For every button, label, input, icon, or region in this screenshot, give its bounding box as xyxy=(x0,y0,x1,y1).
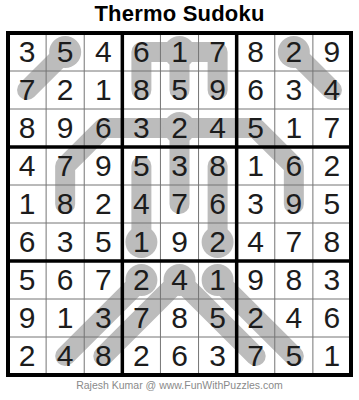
cell-r5c5: 7 xyxy=(160,185,198,223)
cell-r5c2: 8 xyxy=(46,185,84,223)
cell-r5c4: 4 xyxy=(122,185,160,223)
cell-r8c7: 2 xyxy=(237,299,275,337)
cell-r2c8: 3 xyxy=(275,71,313,109)
cell-r2c7: 6 xyxy=(237,71,275,109)
cell-r1c6: 7 xyxy=(199,33,237,71)
cell-r2c5: 5 xyxy=(160,71,198,109)
cell-r1c8: 2 xyxy=(275,33,313,71)
cell-r2c1: 7 xyxy=(8,71,46,109)
cell-r7c7: 9 xyxy=(237,261,275,299)
cell-r1c9: 9 xyxy=(313,33,351,71)
cell-r8c2: 1 xyxy=(46,299,84,337)
cell-r4c8: 6 xyxy=(275,147,313,185)
cell-r7c9: 3 xyxy=(313,261,351,299)
cell-r7c8: 8 xyxy=(275,261,313,299)
cell-r3c1: 8 xyxy=(8,109,46,147)
cell-r2c3: 1 xyxy=(84,71,122,109)
cell-r2c2: 2 xyxy=(46,71,84,109)
cell-r8c3: 3 xyxy=(84,299,122,337)
cell-r9c2: 4 xyxy=(46,337,84,375)
cell-r6c8: 7 xyxy=(275,223,313,261)
cell-r3c7: 5 xyxy=(237,109,275,147)
cell-r5c1: 1 xyxy=(8,185,46,223)
cell-r7c1: 5 xyxy=(8,261,46,299)
cell-r9c7: 7 xyxy=(237,337,275,375)
cell-r4c9: 2 xyxy=(313,147,351,185)
cell-r3c6: 4 xyxy=(199,109,237,147)
cell-r5c6: 6 xyxy=(199,185,237,223)
cell-r1c2: 5 xyxy=(46,33,84,71)
cell-r4c4: 5 xyxy=(122,147,160,185)
cell-r4c7: 1 xyxy=(237,147,275,185)
cell-r8c5: 8 xyxy=(160,299,198,337)
cell-r4c6: 8 xyxy=(199,147,237,185)
cell-r6c6: 2 xyxy=(199,223,237,261)
cell-r3c9: 7 xyxy=(313,109,351,147)
cell-r6c9: 8 xyxy=(313,223,351,261)
cell-r9c1: 2 xyxy=(8,337,46,375)
cell-r3c5: 2 xyxy=(160,109,198,147)
cell-r9c3: 8 xyxy=(84,337,122,375)
cell-r3c3: 6 xyxy=(84,109,122,147)
cell-r5c9: 5 xyxy=(313,185,351,223)
sudoku-grid: 3546178297218596348963245174795381621824… xyxy=(8,33,351,375)
cell-r8c8: 4 xyxy=(275,299,313,337)
cell-r5c8: 9 xyxy=(275,185,313,223)
cell-r9c9: 1 xyxy=(313,337,351,375)
cell-r1c7: 8 xyxy=(237,33,275,71)
cell-r6c7: 4 xyxy=(237,223,275,261)
cell-r7c4: 2 xyxy=(122,261,160,299)
cell-r1c3: 4 xyxy=(84,33,122,71)
cell-r4c2: 7 xyxy=(46,147,84,185)
cell-r6c1: 6 xyxy=(8,223,46,261)
cell-r3c8: 1 xyxy=(275,109,313,147)
cell-r5c3: 2 xyxy=(84,185,122,223)
cell-r9c4: 2 xyxy=(122,337,160,375)
cell-r2c6: 9 xyxy=(199,71,237,109)
cell-r3c4: 3 xyxy=(122,109,160,147)
cell-r8c9: 6 xyxy=(313,299,351,337)
cell-r1c1: 3 xyxy=(8,33,46,71)
cell-r7c5: 4 xyxy=(160,261,198,299)
cell-r6c4: 1 xyxy=(122,223,160,261)
cell-r7c2: 6 xyxy=(46,261,84,299)
cell-r8c6: 5 xyxy=(199,299,237,337)
cell-r6c5: 9 xyxy=(160,223,198,261)
cell-r2c9: 4 xyxy=(313,71,351,109)
thermo-sudoku-page: Thermo Sudoku 35461782972185963489632451… xyxy=(0,0,359,400)
cell-r4c3: 9 xyxy=(84,147,122,185)
cell-r7c3: 7 xyxy=(84,261,122,299)
cell-r8c1: 9 xyxy=(8,299,46,337)
cell-r6c3: 5 xyxy=(84,223,122,261)
cell-r5c7: 3 xyxy=(237,185,275,223)
cell-r6c2: 3 xyxy=(46,223,84,261)
cell-r7c6: 1 xyxy=(199,261,237,299)
cell-r9c5: 6 xyxy=(160,337,198,375)
cell-r4c1: 4 xyxy=(8,147,46,185)
cell-r8c4: 7 xyxy=(122,299,160,337)
cell-r1c5: 1 xyxy=(160,33,198,71)
cell-r4c5: 3 xyxy=(160,147,198,185)
cell-r9c8: 5 xyxy=(275,337,313,375)
cell-r9c6: 3 xyxy=(199,337,237,375)
cell-r2c4: 8 xyxy=(122,71,160,109)
credit-caption: Rajesh Kumar @ www.FunWithPuzzles.com xyxy=(0,379,359,391)
cell-r3c2: 9 xyxy=(46,109,84,147)
cell-r1c4: 6 xyxy=(122,33,160,71)
